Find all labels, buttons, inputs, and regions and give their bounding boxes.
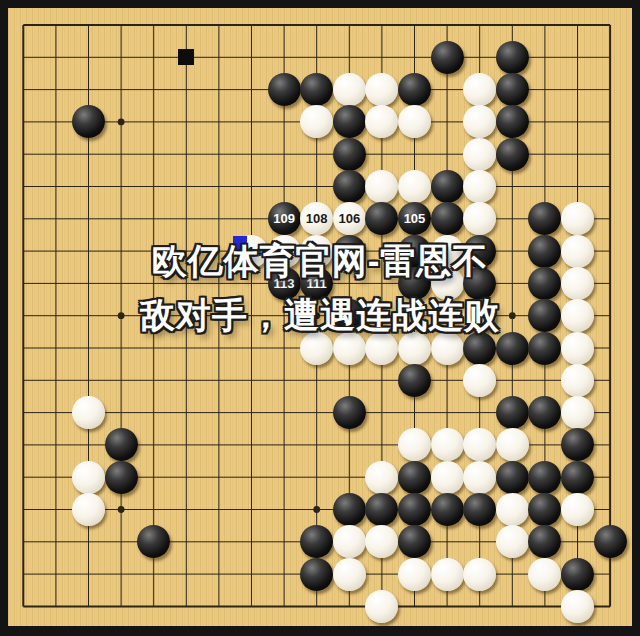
black-stone: [431, 493, 464, 526]
white-stone: [561, 364, 594, 397]
white-stone: [561, 493, 594, 526]
white-stone: [496, 493, 529, 526]
white-stone: [463, 558, 496, 591]
white-stone: [333, 558, 366, 591]
black-stone: [268, 73, 301, 106]
watermark-line1: 欧亿体育官网-雷恩不: [0, 234, 640, 288]
black-stone: [431, 170, 464, 203]
black-stone: [561, 558, 594, 591]
black-stone: [333, 493, 366, 526]
black-stone: [496, 105, 529, 138]
white-stone: [561, 590, 594, 623]
black-stone: [105, 428, 138, 461]
white-stone: [561, 396, 594, 429]
black-square-marker: [178, 49, 194, 65]
white-stone: [463, 138, 496, 171]
black-stone: [431, 202, 464, 235]
white-stone: [431, 558, 464, 591]
white-stone: [463, 170, 496, 203]
watermark-text: 欧亿体育官网-雷恩不 敌对手，遭遇连战连败: [0, 234, 640, 342]
black-stone: [398, 364, 431, 397]
black-stone: [300, 558, 333, 591]
white-stone: [72, 396, 105, 429]
black-stone: [333, 105, 366, 138]
white-stone: [496, 525, 529, 558]
screenshot-frame: 109108106105114112110107113111 欧亿体育官网-雷恩…: [0, 0, 640, 636]
black-stone: [463, 493, 496, 526]
black-stone: [398, 73, 431, 106]
black-stone: [333, 138, 366, 171]
black-stone: [398, 461, 431, 494]
black-stone: [561, 461, 594, 494]
black-stone: [594, 525, 627, 558]
black-stone: [333, 170, 366, 203]
black-stone: [333, 396, 366, 429]
white-stone: [333, 525, 366, 558]
white-stone: [528, 558, 561, 591]
move-109-stone: 109: [268, 202, 301, 235]
white-stone: [431, 428, 464, 461]
white-stone: [463, 364, 496, 397]
black-stone: [431, 41, 464, 74]
white-stone: [365, 461, 398, 494]
watermark-line2: 敌对手，遭遇连战连败: [0, 288, 640, 342]
white-stone: [72, 493, 105, 526]
black-stone: [398, 493, 431, 526]
white-stone: [333, 73, 366, 106]
white-stone: [431, 461, 464, 494]
black-stone: [496, 396, 529, 429]
white-stone: [463, 461, 496, 494]
white-stone: [398, 170, 431, 203]
black-stone: [528, 461, 561, 494]
black-stone: [496, 41, 529, 74]
black-stone: [496, 461, 529, 494]
move-106-stone: 106: [333, 202, 366, 235]
black-stone: [496, 138, 529, 171]
white-stone: [72, 461, 105, 494]
black-stone: [496, 73, 529, 106]
white-stone: [496, 428, 529, 461]
black-stone: [105, 461, 138, 494]
white-stone: [398, 558, 431, 591]
